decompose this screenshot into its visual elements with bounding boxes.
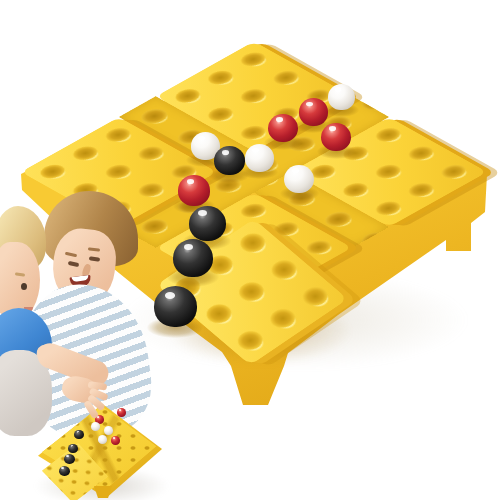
red-marble — [117, 408, 126, 417]
black-marble — [68, 444, 78, 454]
white-marble — [104, 426, 113, 435]
white-marble — [91, 422, 100, 431]
black-marble — [59, 466, 70, 476]
product-photo — [0, 0, 500, 500]
lifestyle-inset-photo — [0, 0, 500, 500]
white-marble — [98, 435, 107, 444]
mini-game-marbles — [0, 0, 500, 500]
black-marble — [74, 430, 84, 440]
black-marble — [64, 454, 75, 464]
red-marble — [111, 436, 120, 445]
